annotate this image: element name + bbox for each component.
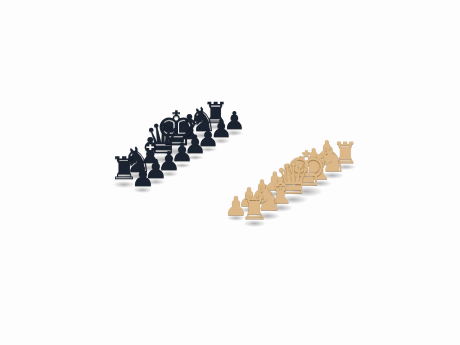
tile-illustration: [296, 223, 312, 230]
border-tile: [133, 197, 165, 211]
board-square[interactable]: [230, 154, 262, 168]
tile-illustration: [385, 166, 405, 175]
tile-decor-dot: [249, 230, 254, 232]
tile-illustration: [215, 223, 231, 230]
border-tile: [379, 164, 410, 178]
tile-decor-dot: [267, 236, 272, 238]
tile-illustration: [320, 206, 340, 215]
board-square[interactable]: [164, 194, 196, 208]
border-tile: [302, 212, 333, 226]
board-square[interactable]: [203, 170, 235, 184]
piece-white-rook[interactable]: ♜: [236, 193, 274, 224]
tile-decor-dot: [156, 202, 161, 204]
tile-decor-dot: [383, 163, 388, 165]
tile-decor-dot: [230, 224, 235, 226]
border-tile: [207, 219, 239, 233]
border-tile: [366, 172, 397, 186]
tile-decor-dot: [298, 233, 303, 235]
tile-illustration: [120, 194, 140, 203]
border-tile: [114, 191, 146, 205]
tile-illustration: [372, 174, 392, 183]
border-tile: [327, 196, 358, 210]
border-tile: [353, 180, 384, 194]
tile-illustration: [359, 182, 378, 190]
tile-illustration: [282, 231, 301, 239]
border-tile: [189, 214, 221, 228]
tile-decor-dot: [402, 169, 407, 171]
board-square[interactable]: [183, 200, 215, 214]
tile-decor-dot: [193, 213, 198, 215]
tile-illustration: [176, 211, 195, 219]
tile-illustration: [347, 191, 365, 199]
tile-decor-dot: [212, 219, 217, 221]
border-tile: [151, 203, 183, 217]
tile-illustration: [157, 205, 177, 214]
tile-illustration: [274, 132, 294, 141]
board-square[interactable]: [217, 162, 249, 176]
tile-decor-dot: [337, 209, 342, 211]
tile-decor-dot: [291, 135, 296, 137]
board-square[interactable]: [177, 186, 209, 200]
tile-decor-dot: [174, 208, 179, 210]
border-tile: [263, 236, 294, 250]
tile-illustration: [250, 233, 270, 242]
border-tile: [226, 225, 257, 239]
tile-decor-dot: [376, 185, 381, 187]
tile-decor-dot: [324, 217, 329, 219]
tile-decor-dot: [389, 177, 394, 179]
border-tile: [340, 188, 371, 202]
tile-illustration: [307, 215, 327, 224]
border-tile: [289, 220, 320, 234]
tile-decor-dot: [285, 241, 290, 243]
tile-illustration: [333, 199, 352, 207]
border-tile: [276, 228, 307, 242]
border-tile: [170, 208, 202, 222]
tile-decor-dot: [365, 157, 370, 159]
tile-decor-dot: [311, 225, 316, 227]
tile-decor-dot: [363, 193, 368, 195]
tile-illustration: [195, 217, 213, 225]
tile-illustration: [138, 199, 158, 208]
tile-decor-dot: [118, 191, 123, 193]
border-tile: [314, 204, 345, 218]
tile-decor-dot: [137, 196, 142, 198]
tile-illustration: [256, 126, 276, 135]
tile-illustration: [366, 160, 386, 169]
tile-illustration: [231, 228, 251, 237]
border-tile: [361, 158, 392, 172]
tile-decor-dot: [273, 129, 278, 131]
tile-decor-dot: [350, 201, 355, 203]
tile-illustration: [103, 189, 119, 196]
tile-illustration: [268, 239, 288, 248]
piece-black-pawn[interactable]: ♟: [127, 164, 159, 191]
border-tile: [250, 124, 282, 138]
board-square[interactable]: [190, 178, 222, 192]
tile-decor-dot: [254, 123, 259, 125]
product-photo-background: ♜♞♝♛♚♝♞♜♟♟♟♟♟♟♟♟♟♟♟♟♟♟♟♟♜♞♝♛♚♝♞♜: [0, 0, 460, 345]
border-tile: [244, 231, 275, 245]
